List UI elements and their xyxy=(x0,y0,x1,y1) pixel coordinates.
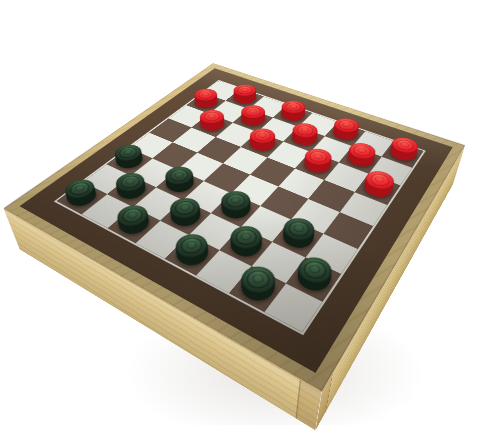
piece-black[interactable] xyxy=(161,173,198,197)
piece-black[interactable] xyxy=(166,204,206,232)
piece-red[interactable] xyxy=(386,144,419,165)
scene xyxy=(0,0,500,438)
square-r7c4[interactable] xyxy=(160,200,211,235)
wooden-game-box xyxy=(4,63,465,392)
piece-black[interactable] xyxy=(62,185,102,210)
product-photo-stage xyxy=(0,0,500,438)
